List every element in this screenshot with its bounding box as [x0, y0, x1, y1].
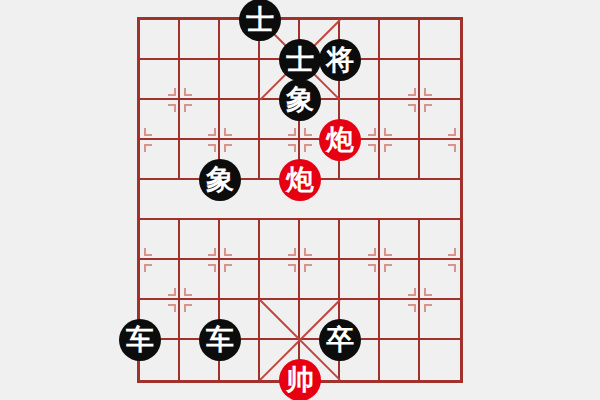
xiangqi-board: 士士将象炮象炮车车卒帅	[0, 0, 600, 400]
point-marker	[408, 288, 416, 296]
point-marker	[208, 144, 216, 152]
piece-black-advisor[interactable]: 士	[239, 0, 281, 41]
board-cell	[220, 60, 260, 100]
point-marker	[288, 264, 296, 272]
piece-black-pawn[interactable]: 卒	[319, 319, 361, 361]
point-marker	[384, 264, 392, 272]
point-marker	[224, 248, 232, 256]
point-marker	[368, 248, 376, 256]
board-cell	[380, 20, 420, 60]
point-marker	[168, 88, 176, 96]
point-marker	[448, 128, 456, 136]
point-marker	[288, 144, 296, 152]
point-marker	[408, 104, 416, 112]
board-cell	[180, 20, 220, 60]
point-marker	[208, 248, 216, 256]
point-marker	[304, 128, 312, 136]
point-marker	[304, 264, 312, 272]
point-marker	[184, 104, 192, 112]
point-marker	[384, 128, 392, 136]
board-cell	[380, 340, 420, 380]
point-marker	[144, 128, 152, 136]
point-marker	[144, 248, 152, 256]
board-cell	[380, 180, 420, 220]
piece-black-elephant[interactable]: 象	[199, 159, 241, 201]
point-marker	[168, 288, 176, 296]
point-marker	[384, 144, 392, 152]
piece-black-general[interactable]: 将	[319, 39, 361, 81]
board-cell	[140, 20, 180, 60]
point-marker	[144, 144, 152, 152]
piece-red-general[interactable]: 帅	[279, 359, 321, 400]
point-marker	[144, 264, 152, 272]
point-marker	[368, 144, 376, 152]
point-marker	[288, 248, 296, 256]
point-marker	[184, 88, 192, 96]
point-marker	[304, 144, 312, 152]
point-marker	[304, 248, 312, 256]
point-marker	[208, 264, 216, 272]
board-cell	[340, 180, 380, 220]
piece-black-advisor[interactable]: 士	[279, 39, 321, 81]
piece-red-cannon[interactable]: 炮	[319, 119, 361, 161]
point-marker	[368, 264, 376, 272]
point-marker	[424, 88, 432, 96]
point-marker	[224, 144, 232, 152]
point-marker	[448, 248, 456, 256]
board-cell	[420, 20, 460, 60]
point-marker	[224, 128, 232, 136]
point-marker	[408, 88, 416, 96]
point-marker	[184, 288, 192, 296]
piece-black-elephant[interactable]: 象	[279, 79, 321, 121]
point-marker	[408, 304, 416, 312]
piece-black-chariot[interactable]: 车	[199, 319, 241, 361]
board-cell	[420, 180, 460, 220]
point-marker	[288, 128, 296, 136]
point-marker	[384, 248, 392, 256]
point-marker	[168, 104, 176, 112]
point-marker	[448, 144, 456, 152]
piece-black-chariot[interactable]: 车	[119, 319, 161, 361]
point-marker	[208, 128, 216, 136]
board-cell	[420, 340, 460, 380]
point-marker	[168, 304, 176, 312]
point-marker	[224, 264, 232, 272]
board-cell	[140, 180, 180, 220]
point-marker	[424, 288, 432, 296]
point-marker	[448, 264, 456, 272]
point-marker	[424, 304, 432, 312]
point-marker	[424, 104, 432, 112]
point-marker	[184, 304, 192, 312]
piece-red-cannon[interactable]: 炮	[279, 159, 321, 201]
point-marker	[368, 128, 376, 136]
